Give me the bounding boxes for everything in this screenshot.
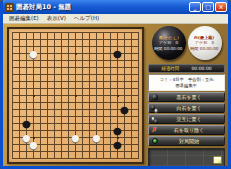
- point-S19[interactable]: [128, 29, 135, 36]
- point-H10[interactable]: [58, 92, 65, 99]
- point-K12[interactable]: [72, 78, 79, 85]
- point-S3[interactable]: [128, 141, 135, 148]
- point-D5[interactable]: [30, 127, 37, 134]
- point-R18[interactable]: [121, 36, 128, 43]
- point-L13[interactable]: [79, 71, 86, 78]
- point-B2[interactable]: [16, 148, 23, 155]
- point-H11[interactable]: [58, 85, 65, 92]
- point-L16[interactable]: [79, 50, 86, 57]
- point-K11[interactable]: [72, 85, 79, 92]
- point-O13[interactable]: [100, 71, 107, 78]
- point-M16[interactable]: [86, 50, 93, 57]
- point-R4[interactable]: [121, 134, 128, 141]
- point-N4[interactable]: ●: [93, 134, 100, 141]
- point-O7[interactable]: [100, 113, 107, 120]
- point-A8[interactable]: [9, 106, 16, 113]
- point-N3[interactable]: [93, 141, 100, 148]
- point-P12[interactable]: [107, 78, 114, 85]
- point-L3[interactable]: [79, 141, 86, 148]
- point-A2[interactable]: [9, 148, 16, 155]
- point-K19[interactable]: [72, 29, 79, 36]
- point-M18[interactable]: [86, 36, 93, 43]
- point-K8[interactable]: [72, 106, 79, 113]
- point-B18[interactable]: [16, 36, 23, 43]
- point-B14[interactable]: [16, 64, 23, 71]
- point-E16[interactable]: [37, 50, 44, 57]
- point-K18[interactable]: [72, 36, 79, 43]
- point-K16[interactable]: [72, 50, 79, 57]
- point-E19[interactable]: [37, 29, 44, 36]
- point-L15[interactable]: [79, 57, 86, 64]
- point-R16[interactable]: [121, 50, 128, 57]
- point-E3[interactable]: [37, 141, 44, 148]
- point-O3[interactable]: [100, 141, 107, 148]
- point-H1[interactable]: [58, 155, 65, 162]
- point-K7[interactable]: [72, 113, 79, 120]
- point-F8[interactable]: [44, 106, 51, 113]
- point-S4[interactable]: [128, 134, 135, 141]
- point-L19[interactable]: [79, 29, 86, 36]
- point-A4[interactable]: [9, 134, 16, 141]
- point-A3[interactable]: [9, 141, 16, 148]
- point-C18[interactable]: [23, 36, 30, 43]
- point-J19[interactable]: [65, 29, 72, 36]
- point-N13[interactable]: [93, 71, 100, 78]
- menu-help[interactable]: ヘルプ(H): [70, 15, 103, 22]
- point-T2[interactable]: [135, 148, 142, 155]
- point-A15[interactable]: [9, 57, 16, 64]
- point-B16[interactable]: [16, 50, 23, 57]
- point-R10[interactable]: [121, 92, 128, 99]
- point-M9[interactable]: [86, 99, 93, 106]
- point-P1[interactable]: [107, 155, 114, 162]
- point-J8[interactable]: [65, 106, 72, 113]
- menu-view[interactable]: 表示(V): [43, 15, 70, 22]
- point-J17[interactable]: [65, 43, 72, 50]
- point-A5[interactable]: [9, 127, 16, 134]
- point-Q2[interactable]: [114, 148, 121, 155]
- point-S15[interactable]: [128, 57, 135, 64]
- point-H9[interactable]: [58, 99, 65, 106]
- point-N12[interactable]: [93, 78, 100, 85]
- point-L17[interactable]: [79, 43, 86, 50]
- point-E9[interactable]: [37, 99, 44, 106]
- point-Q5[interactable]: ●: [114, 127, 121, 134]
- point-A19[interactable]: [9, 29, 16, 36]
- point-O18[interactable]: [100, 36, 107, 43]
- point-A13[interactable]: [9, 71, 16, 78]
- point-L4[interactable]: [79, 134, 86, 141]
- point-E11[interactable]: [37, 85, 44, 92]
- point-N19[interactable]: [93, 29, 100, 36]
- point-M6[interactable]: [86, 120, 93, 127]
- point-J14[interactable]: [65, 64, 72, 71]
- point-B12[interactable]: [16, 78, 23, 85]
- point-E5[interactable]: [37, 127, 44, 134]
- point-C9[interactable]: [23, 99, 30, 106]
- point-Q1[interactable]: [114, 155, 121, 162]
- point-P9[interactable]: [107, 99, 114, 106]
- minimize-button[interactable]: _: [189, 2, 201, 12]
- point-M8[interactable]: [86, 106, 93, 113]
- point-N11[interactable]: [93, 85, 100, 92]
- point-K17[interactable]: [72, 43, 79, 50]
- point-P10[interactable]: [107, 92, 114, 99]
- point-T9[interactable]: [135, 99, 142, 106]
- point-R11[interactable]: [121, 85, 128, 92]
- point-T7[interactable]: [135, 113, 142, 120]
- point-E4[interactable]: [37, 134, 44, 141]
- point-G10[interactable]: [51, 92, 58, 99]
- point-N1[interactable]: [93, 155, 100, 162]
- point-G6[interactable]: [51, 120, 58, 127]
- point-Q12[interactable]: [114, 78, 121, 85]
- point-L14[interactable]: [79, 64, 86, 71]
- point-C13[interactable]: [23, 71, 30, 78]
- point-F5[interactable]: [44, 127, 51, 134]
- point-T11[interactable]: [135, 85, 142, 92]
- point-E2[interactable]: [37, 148, 44, 155]
- point-R1[interactable]: [121, 155, 128, 162]
- point-E14[interactable]: [37, 64, 44, 71]
- point-C2[interactable]: [23, 148, 30, 155]
- point-E15[interactable]: [37, 57, 44, 64]
- point-T12[interactable]: [135, 78, 142, 85]
- point-F11[interactable]: [44, 85, 51, 92]
- point-S11[interactable]: [128, 85, 135, 92]
- point-A7[interactable]: [9, 113, 16, 120]
- point-O2[interactable]: [100, 148, 107, 155]
- point-T6[interactable]: [135, 120, 142, 127]
- point-A9[interactable]: [9, 99, 16, 106]
- point-J16[interactable]: [65, 50, 72, 57]
- point-L8[interactable]: [79, 106, 86, 113]
- point-H15[interactable]: [58, 57, 65, 64]
- point-H4[interactable]: [58, 134, 65, 141]
- point-F7[interactable]: [44, 113, 51, 120]
- point-A12[interactable]: [9, 78, 16, 85]
- point-O10[interactable]: [100, 92, 107, 99]
- point-L12[interactable]: [79, 78, 86, 85]
- point-E12[interactable]: [37, 78, 44, 85]
- point-H8[interactable]: [58, 106, 65, 113]
- point-C6[interactable]: ●: [23, 120, 30, 127]
- point-C14[interactable]: [23, 64, 30, 71]
- point-S8[interactable]: [128, 106, 135, 113]
- point-H13[interactable]: [58, 71, 65, 78]
- point-S2[interactable]: [128, 148, 135, 155]
- point-G9[interactable]: [51, 99, 58, 106]
- point-B1[interactable]: [16, 155, 23, 162]
- point-F13[interactable]: [44, 71, 51, 78]
- point-S13[interactable]: [128, 71, 135, 78]
- point-E7[interactable]: [37, 113, 44, 120]
- point-Q11[interactable]: [114, 85, 121, 92]
- point-S16[interactable]: [128, 50, 135, 57]
- point-L7[interactable]: [79, 113, 86, 120]
- point-A1[interactable]: [9, 155, 16, 162]
- point-J10[interactable]: [65, 92, 72, 99]
- point-P7[interactable]: [107, 113, 114, 120]
- point-S10[interactable]: [128, 92, 135, 99]
- place-white-stone-button[interactable]: 白石を置く: [148, 103, 225, 113]
- point-G4[interactable]: [51, 134, 58, 141]
- place-black-stone-button[interactable]: 黒石を置く: [148, 92, 225, 102]
- point-O5[interactable]: [100, 127, 107, 134]
- point-Q3[interactable]: ●: [114, 141, 121, 148]
- point-M1[interactable]: [86, 155, 93, 162]
- point-D16[interactable]: ●: [30, 50, 37, 57]
- point-H14[interactable]: [58, 64, 65, 71]
- point-E17[interactable]: [37, 43, 44, 50]
- point-H18[interactable]: [58, 36, 65, 43]
- titlebar[interactable]: 囲碁対局10 - 無題 _ □ ×: [3, 0, 228, 14]
- point-K10[interactable]: [72, 92, 79, 99]
- point-S6[interactable]: [128, 120, 135, 127]
- close-button[interactable]: ×: [215, 2, 227, 12]
- point-G11[interactable]: [51, 85, 58, 92]
- point-T15[interactable]: [135, 57, 142, 64]
- point-G18[interactable]: [51, 36, 58, 43]
- point-G19[interactable]: [51, 29, 58, 36]
- point-R2[interactable]: [121, 148, 128, 155]
- point-H6[interactable]: [58, 120, 65, 127]
- memo-icon[interactable]: [213, 156, 222, 164]
- point-O6[interactable]: [100, 120, 107, 127]
- point-C19[interactable]: [23, 29, 30, 36]
- point-G2[interactable]: [51, 148, 58, 155]
- alternate-stones-button[interactable]: 交互に置く: [148, 114, 225, 124]
- point-S7[interactable]: [128, 113, 135, 120]
- point-M10[interactable]: [86, 92, 93, 99]
- point-F10[interactable]: [44, 92, 51, 99]
- point-O11[interactable]: [100, 85, 107, 92]
- point-D11[interactable]: [30, 85, 37, 92]
- point-S17[interactable]: [128, 43, 135, 50]
- point-M7[interactable]: [86, 113, 93, 120]
- point-O4[interactable]: [100, 134, 107, 141]
- point-E13[interactable]: [37, 71, 44, 78]
- point-B3[interactable]: [16, 141, 23, 148]
- point-R3[interactable]: [121, 141, 128, 148]
- point-N10[interactable]: [93, 92, 100, 99]
- point-D8[interactable]: [30, 106, 37, 113]
- point-Q15[interactable]: [114, 57, 121, 64]
- point-A10[interactable]: [9, 92, 16, 99]
- point-D10[interactable]: [30, 92, 37, 99]
- point-T1[interactable]: [135, 155, 142, 162]
- point-R8[interactable]: ●: [121, 106, 128, 113]
- point-C15[interactable]: [23, 57, 30, 64]
- maximize-button[interactable]: □: [202, 2, 214, 12]
- point-R15[interactable]: [121, 57, 128, 64]
- point-G13[interactable]: [51, 71, 58, 78]
- point-S18[interactable]: [128, 36, 135, 43]
- point-B13[interactable]: [16, 71, 23, 78]
- point-S5[interactable]: [128, 127, 135, 134]
- point-N8[interactable]: [93, 106, 100, 113]
- point-Q7[interactable]: [114, 113, 121, 120]
- point-L11[interactable]: [79, 85, 86, 92]
- point-D14[interactable]: [30, 64, 37, 71]
- point-P2[interactable]: [107, 148, 114, 155]
- point-D9[interactable]: [30, 99, 37, 106]
- point-H17[interactable]: [58, 43, 65, 50]
- point-D18[interactable]: [30, 36, 37, 43]
- point-K3[interactable]: [72, 141, 79, 148]
- point-P18[interactable]: [107, 36, 114, 43]
- point-N14[interactable]: [93, 64, 100, 71]
- point-K1[interactable]: [72, 155, 79, 162]
- point-L18[interactable]: [79, 36, 86, 43]
- point-H5[interactable]: [58, 127, 65, 134]
- point-G14[interactable]: [51, 64, 58, 71]
- point-J11[interactable]: [65, 85, 72, 92]
- point-O1[interactable]: [100, 155, 107, 162]
- point-D6[interactable]: [30, 120, 37, 127]
- point-K14[interactable]: [72, 64, 79, 71]
- point-E8[interactable]: [37, 106, 44, 113]
- point-K2[interactable]: [72, 148, 79, 155]
- point-B9[interactable]: [16, 99, 23, 106]
- point-G16[interactable]: [51, 50, 58, 57]
- point-B17[interactable]: [16, 43, 23, 50]
- point-A11[interactable]: [9, 85, 16, 92]
- point-F15[interactable]: [44, 57, 51, 64]
- point-O17[interactable]: [100, 43, 107, 50]
- point-R17[interactable]: [121, 43, 128, 50]
- point-M3[interactable]: [86, 141, 93, 148]
- point-A16[interactable]: [9, 50, 16, 57]
- point-M13[interactable]: [86, 71, 93, 78]
- point-D12[interactable]: [30, 78, 37, 85]
- point-N15[interactable]: [93, 57, 100, 64]
- point-P8[interactable]: [107, 106, 114, 113]
- point-F2[interactable]: [44, 148, 51, 155]
- point-F1[interactable]: [44, 155, 51, 162]
- point-R19[interactable]: [121, 29, 128, 36]
- point-H19[interactable]: [58, 29, 65, 36]
- point-N6[interactable]: [93, 120, 100, 127]
- point-E18[interactable]: [37, 36, 44, 43]
- point-K9[interactable]: [72, 99, 79, 106]
- point-C1[interactable]: [23, 155, 30, 162]
- point-R6[interactable]: [121, 120, 128, 127]
- point-J2[interactable]: [65, 148, 72, 155]
- point-G15[interactable]: [51, 57, 58, 64]
- point-S1[interactable]: [128, 155, 135, 162]
- point-Q10[interactable]: [114, 92, 121, 99]
- point-K6[interactable]: [72, 120, 79, 127]
- point-R5[interactable]: [121, 127, 128, 134]
- point-G17[interactable]: [51, 43, 58, 50]
- point-J3[interactable]: [65, 141, 72, 148]
- point-E6[interactable]: [37, 120, 44, 127]
- point-R14[interactable]: [121, 64, 128, 71]
- point-T18[interactable]: [135, 36, 142, 43]
- point-J7[interactable]: [65, 113, 72, 120]
- point-D2[interactable]: [30, 148, 37, 155]
- point-D19[interactable]: [30, 29, 37, 36]
- point-G3[interactable]: [51, 141, 58, 148]
- point-C12[interactable]: [23, 78, 30, 85]
- point-G12[interactable]: [51, 78, 58, 85]
- point-F14[interactable]: [44, 64, 51, 71]
- point-H2[interactable]: [58, 148, 65, 155]
- point-O19[interactable]: [100, 29, 107, 36]
- point-M17[interactable]: [86, 43, 93, 50]
- point-N9[interactable]: [93, 99, 100, 106]
- point-J9[interactable]: [65, 99, 72, 106]
- point-S12[interactable]: [128, 78, 135, 85]
- point-L5[interactable]: [79, 127, 86, 134]
- point-M15[interactable]: [86, 57, 93, 64]
- point-L10[interactable]: [79, 92, 86, 99]
- point-H12[interactable]: [58, 78, 65, 85]
- point-R12[interactable]: [121, 78, 128, 85]
- point-K15[interactable]: [72, 57, 79, 64]
- point-E10[interactable]: [37, 92, 44, 99]
- point-G7[interactable]: [51, 113, 58, 120]
- point-J18[interactable]: [65, 36, 72, 43]
- point-J15[interactable]: [65, 57, 72, 64]
- point-N18[interactable]: [93, 36, 100, 43]
- point-M19[interactable]: [86, 29, 93, 36]
- point-P19[interactable]: [107, 29, 114, 36]
- point-S14[interactable]: [128, 64, 135, 71]
- point-P13[interactable]: [107, 71, 114, 78]
- point-G8[interactable]: [51, 106, 58, 113]
- point-T8[interactable]: [135, 106, 142, 113]
- point-B10[interactable]: [16, 92, 23, 99]
- point-L2[interactable]: [79, 148, 86, 155]
- point-O16[interactable]: [100, 50, 107, 57]
- point-R7[interactable]: [121, 113, 128, 120]
- point-D13[interactable]: [30, 71, 37, 78]
- point-J6[interactable]: [65, 120, 72, 127]
- point-N2[interactable]: [93, 148, 100, 155]
- point-M2[interactable]: [86, 148, 93, 155]
- point-S9[interactable]: [128, 99, 135, 106]
- point-P11[interactable]: [107, 85, 114, 92]
- point-T5[interactable]: [135, 127, 142, 134]
- point-T4[interactable]: [135, 134, 142, 141]
- point-N7[interactable]: [93, 113, 100, 120]
- point-J13[interactable]: [65, 71, 72, 78]
- point-F18[interactable]: [44, 36, 51, 43]
- point-B11[interactable]: [16, 85, 23, 92]
- point-L9[interactable]: [79, 99, 86, 106]
- point-Q13[interactable]: [114, 71, 121, 78]
- point-R13[interactable]: [121, 71, 128, 78]
- point-A18[interactable]: [9, 36, 16, 43]
- point-T14[interactable]: [135, 64, 142, 71]
- point-T16[interactable]: [135, 50, 142, 57]
- point-C11[interactable]: [23, 85, 30, 92]
- point-F19[interactable]: [44, 29, 51, 36]
- point-H7[interactable]: [58, 113, 65, 120]
- point-A6[interactable]: [9, 120, 16, 127]
- point-A14[interactable]: [9, 64, 16, 71]
- point-F3[interactable]: [44, 141, 51, 148]
- point-D1[interactable]: [30, 155, 37, 162]
- point-E1[interactable]: [37, 155, 44, 162]
- point-Q18[interactable]: [114, 36, 121, 43]
- point-O12[interactable]: [100, 78, 107, 85]
- point-P14[interactable]: [107, 64, 114, 71]
- point-Q14[interactable]: [114, 64, 121, 71]
- point-F4[interactable]: [44, 134, 51, 141]
